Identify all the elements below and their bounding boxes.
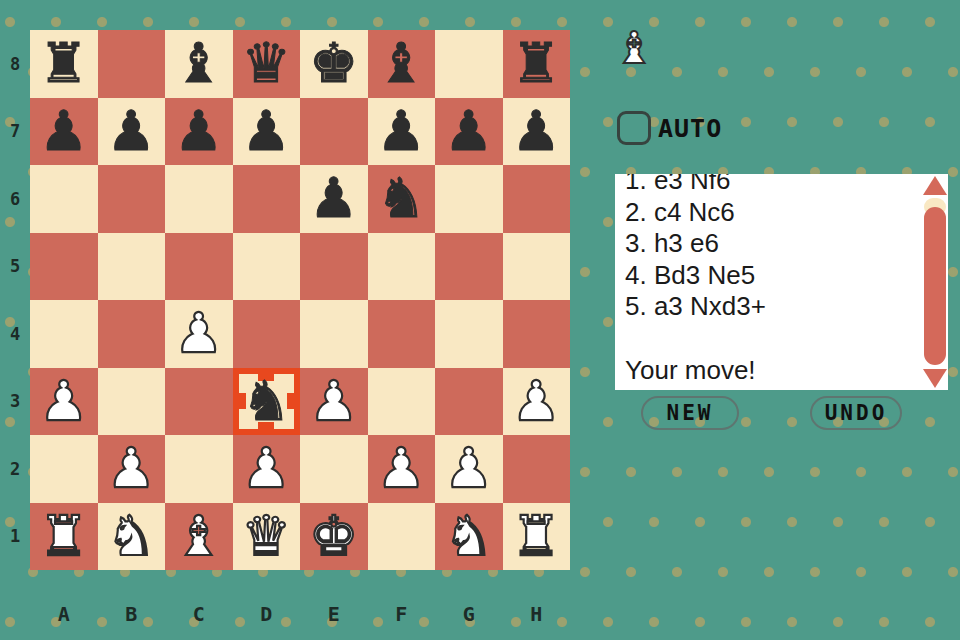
square-c8[interactable]: ♝ [165, 30, 233, 98]
move-entry: 3. h3 e6 [625, 228, 915, 260]
black-rook[interactable]: ♜ [512, 30, 561, 98]
file-label-d: D [233, 596, 301, 632]
square-f4[interactable] [368, 300, 436, 368]
auto-checkbox[interactable] [617, 111, 651, 145]
square-f5[interactable] [368, 233, 436, 301]
square-a5[interactable] [30, 233, 98, 301]
square-f8[interactable]: ♝ [368, 30, 436, 98]
square-c5[interactable] [165, 233, 233, 301]
auto-row: AUTO [617, 112, 722, 144]
square-h7[interactable]: ♟ [503, 98, 571, 166]
white-queen[interactable]: ♛ [242, 503, 291, 571]
black-pawn[interactable]: ♟ [309, 165, 358, 233]
square-g6[interactable] [435, 165, 503, 233]
square-b4[interactable] [98, 300, 166, 368]
square-g4[interactable] [435, 300, 503, 368]
square-b8[interactable] [98, 30, 166, 98]
rank-label-6: 6 [0, 165, 30, 233]
square-d1[interactable]: ♛ [233, 503, 301, 571]
rank-label-3: 3 [0, 368, 30, 436]
scrollbar-thumb[interactable] [924, 207, 946, 365]
square-g7[interactable]: ♟ [435, 98, 503, 166]
rank-label-2: 2 [0, 435, 30, 503]
auto-label: AUTO [658, 114, 722, 143]
rank-label-7: 7 [0, 98, 30, 166]
square-a1[interactable]: ♜ [30, 503, 98, 571]
white-pawn[interactable]: ♟ [107, 435, 156, 503]
file-label-a: A [30, 596, 98, 632]
rank-label-5: 5 [0, 233, 30, 301]
rank-label-1: 1 [0, 503, 30, 571]
rank-label-8: 8 [0, 30, 30, 98]
square-f6[interactable]: ♞ [368, 165, 436, 233]
square-e2[interactable] [300, 435, 368, 503]
black-bishop[interactable]: ♝ [174, 30, 223, 98]
square-e4[interactable] [300, 300, 368, 368]
square-c7[interactable]: ♟ [165, 98, 233, 166]
file-label-c: C [165, 596, 233, 632]
scroll-down-icon[interactable] [923, 369, 947, 388]
square-b6[interactable] [98, 165, 166, 233]
square-h8[interactable]: ♜ [503, 30, 571, 98]
square-g2[interactable]: ♟ [435, 435, 503, 503]
black-queen[interactable]: ♛ [242, 30, 291, 98]
square-g8[interactable] [435, 30, 503, 98]
square-c2[interactable] [165, 435, 233, 503]
white-pawn[interactable]: ♟ [512, 368, 561, 436]
white-pawn[interactable]: ♟ [39, 368, 88, 436]
move-entry: 4. Bd3 Ne5 [625, 260, 915, 292]
white-pawn[interactable]: ♟ [444, 435, 493, 503]
square-a4[interactable] [30, 300, 98, 368]
white-knight[interactable]: ♞ [444, 503, 493, 571]
square-d6[interactable] [233, 165, 301, 233]
square-c1[interactable]: ♝ [165, 503, 233, 571]
white-knight[interactable]: ♞ [107, 503, 156, 571]
square-d3[interactable]: ♞ [233, 368, 301, 436]
square-c4[interactable]: ♟ [165, 300, 233, 368]
rank-labels: 87654321 [0, 30, 30, 570]
black-pawn[interactable]: ♟ [174, 98, 223, 166]
square-e8[interactable]: ♚ [300, 30, 368, 98]
scrollbar[interactable] [922, 174, 948, 390]
white-pawn[interactable]: ♟ [242, 435, 291, 503]
square-e7[interactable] [300, 98, 368, 166]
move-entry [625, 323, 915, 355]
square-d4[interactable] [233, 300, 301, 368]
move-entry: 1. e3 Nf6 [625, 174, 915, 197]
square-a6[interactable] [30, 165, 98, 233]
square-a7[interactable]: ♟ [30, 98, 98, 166]
square-e1[interactable]: ♚ [300, 503, 368, 571]
captured-white-bishop-icon: ♝ [612, 22, 656, 74]
black-bishop[interactable]: ♝ [377, 30, 426, 98]
square-g5[interactable] [435, 233, 503, 301]
white-rook[interactable]: ♜ [39, 503, 88, 571]
square-h3[interactable]: ♟ [503, 368, 571, 436]
black-knight[interactable]: ♞ [242, 368, 291, 436]
black-knight[interactable]: ♞ [377, 165, 426, 233]
file-label-g: G [435, 596, 503, 632]
square-d7[interactable]: ♟ [233, 98, 301, 166]
black-pawn[interactable]: ♟ [107, 98, 156, 166]
black-pawn[interactable]: ♟ [444, 98, 493, 166]
undo-button[interactable]: UNDO [810, 396, 902, 430]
square-f2[interactable]: ♟ [368, 435, 436, 503]
black-pawn[interactable]: ♟ [242, 98, 291, 166]
move-list: 1. e3 Nf62. c4 Nc63. h3 e64. Bd3 Ne55. a… [625, 174, 915, 386]
scroll-up-icon[interactable] [923, 176, 947, 195]
file-label-b: B [98, 596, 166, 632]
white-pawn[interactable]: ♟ [377, 435, 426, 503]
square-h6[interactable] [503, 165, 571, 233]
square-b1[interactable]: ♞ [98, 503, 166, 571]
square-d5[interactable] [233, 233, 301, 301]
square-e3[interactable]: ♟ [300, 368, 368, 436]
square-f1[interactable] [368, 503, 436, 571]
black-pawn[interactable]: ♟ [377, 98, 426, 166]
square-h1[interactable]: ♜ [503, 503, 571, 571]
square-c3[interactable] [165, 368, 233, 436]
status-text: Your move! [625, 355, 915, 387]
square-a8[interactable]: ♜ [30, 30, 98, 98]
white-pawn[interactable]: ♟ [309, 368, 358, 436]
chess-board: ♜♝♛♚♝♜♟♟♟♟♟♟♟♟♞♟♟♞♟♟♟♟♟♟♜♞♝♛♚♞♜ [30, 30, 570, 570]
white-pawn[interactable]: ♟ [174, 300, 223, 368]
black-king[interactable]: ♚ [309, 30, 358, 98]
move-list-panel[interactable]: 1. e3 Nf62. c4 Nc63. h3 e64. Bd3 Ne55. a… [615, 174, 948, 390]
square-h2[interactable] [503, 435, 571, 503]
app-root: 87654321 ♜♝♛♚♝♜♟♟♟♟♟♟♟♟♞♟♟♞♟♟♟♟♟♟♜♞♝♛♚♞♜… [0, 0, 960, 640]
square-e6[interactable]: ♟ [300, 165, 368, 233]
square-g1[interactable]: ♞ [435, 503, 503, 571]
new-button[interactable]: NEW [641, 396, 739, 430]
square-b2[interactable]: ♟ [98, 435, 166, 503]
file-labels: ABCDEFGH [30, 596, 570, 632]
black-pawn[interactable]: ♟ [39, 98, 88, 166]
white-rook[interactable]: ♜ [512, 503, 561, 571]
square-f7[interactable]: ♟ [368, 98, 436, 166]
square-a2[interactable] [30, 435, 98, 503]
square-f3[interactable] [368, 368, 436, 436]
square-b5[interactable] [98, 233, 166, 301]
black-pawn[interactable]: ♟ [512, 98, 561, 166]
white-bishop[interactable]: ♝ [174, 503, 223, 571]
black-rook[interactable]: ♜ [39, 30, 88, 98]
file-label-e: E [300, 596, 368, 632]
square-h4[interactable] [503, 300, 571, 368]
square-a3[interactable]: ♟ [30, 368, 98, 436]
square-g3[interactable] [435, 368, 503, 436]
square-d8[interactable]: ♛ [233, 30, 301, 98]
square-b3[interactable] [98, 368, 166, 436]
square-e5[interactable] [300, 233, 368, 301]
square-c6[interactable] [165, 165, 233, 233]
white-king[interactable]: ♚ [309, 503, 358, 571]
square-b7[interactable]: ♟ [98, 98, 166, 166]
move-entry: 5. a3 Nxd3+ [625, 291, 915, 323]
square-d2[interactable]: ♟ [233, 435, 301, 503]
square-h5[interactable] [503, 233, 571, 301]
file-label-f: F [368, 596, 436, 632]
file-label-h: H [503, 596, 571, 632]
move-entry: 2. c4 Nc6 [625, 197, 915, 229]
rank-label-4: 4 [0, 300, 30, 368]
